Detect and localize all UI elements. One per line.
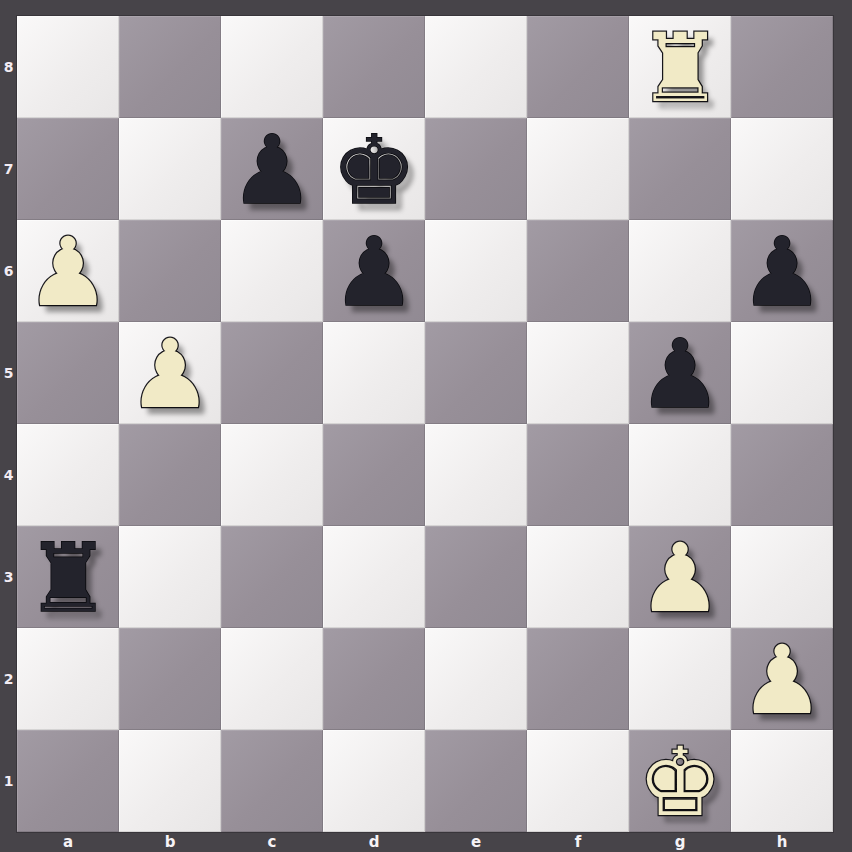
white-rook[interactable]: ♜ <box>637 17 722 119</box>
square-f3[interactable] <box>527 526 629 628</box>
rank-label-7: 7 <box>0 118 17 220</box>
black-pawn[interactable]: ♟ <box>229 119 314 221</box>
file-label-a: a <box>17 832 119 852</box>
file-label-g: g <box>629 832 731 852</box>
square-h3[interactable] <box>731 526 833 628</box>
square-h8[interactable] <box>731 16 833 118</box>
square-b7[interactable] <box>119 118 221 220</box>
square-d1[interactable] <box>323 730 425 832</box>
square-b4[interactable] <box>119 424 221 526</box>
square-e2[interactable] <box>425 628 527 730</box>
file-label-b: b <box>119 832 221 852</box>
square-b3[interactable] <box>119 526 221 628</box>
square-h7[interactable] <box>731 118 833 220</box>
square-f6[interactable] <box>527 220 629 322</box>
square-f8[interactable] <box>527 16 629 118</box>
square-a5[interactable] <box>17 322 119 424</box>
square-d6[interactable]: ♟ <box>323 220 425 322</box>
square-e7[interactable] <box>425 118 527 220</box>
rank-label-2: 2 <box>0 628 17 730</box>
square-c4[interactable] <box>221 424 323 526</box>
square-f4[interactable] <box>527 424 629 526</box>
square-b8[interactable] <box>119 16 221 118</box>
black-king[interactable]: ♚ <box>331 119 416 221</box>
square-e6[interactable] <box>425 220 527 322</box>
square-a7[interactable] <box>17 118 119 220</box>
square-e5[interactable] <box>425 322 527 424</box>
square-g5[interactable]: ♟ <box>629 322 731 424</box>
square-a3[interactable]: ♜ <box>17 526 119 628</box>
file-labels: abcdefgh <box>17 832 833 852</box>
square-h1[interactable] <box>731 730 833 832</box>
black-pawn[interactable]: ♟ <box>739 221 824 323</box>
white-pawn[interactable]: ♟ <box>127 323 212 425</box>
square-e1[interactable] <box>425 730 527 832</box>
file-label-d: d <box>323 832 425 852</box>
square-a1[interactable] <box>17 730 119 832</box>
square-b5[interactable]: ♟ <box>119 322 221 424</box>
square-d2[interactable] <box>323 628 425 730</box>
rank-labels: 87654321 <box>0 16 17 832</box>
square-a6[interactable]: ♟ <box>17 220 119 322</box>
square-c3[interactable] <box>221 526 323 628</box>
square-f1[interactable] <box>527 730 629 832</box>
square-c2[interactable] <box>221 628 323 730</box>
rank-label-1: 1 <box>0 730 17 832</box>
square-d7[interactable]: ♚ <box>323 118 425 220</box>
square-a2[interactable] <box>17 628 119 730</box>
rank-label-5: 5 <box>0 322 17 424</box>
square-a8[interactable] <box>17 16 119 118</box>
rank-label-8: 8 <box>0 16 17 118</box>
square-c7[interactable]: ♟ <box>221 118 323 220</box>
square-c8[interactable] <box>221 16 323 118</box>
black-pawn[interactable]: ♟ <box>637 323 722 425</box>
square-g4[interactable] <box>629 424 731 526</box>
square-c5[interactable] <box>221 322 323 424</box>
square-d8[interactable] <box>323 16 425 118</box>
white-pawn[interactable]: ♟ <box>637 527 722 629</box>
square-d4[interactable] <box>323 424 425 526</box>
square-b6[interactable] <box>119 220 221 322</box>
file-label-c: c <box>221 832 323 852</box>
square-g3[interactable]: ♟ <box>629 526 731 628</box>
square-g7[interactable] <box>629 118 731 220</box>
square-g6[interactable] <box>629 220 731 322</box>
chess-board[interactable]: ♜♟♚♟♟♟♟♟♜♟♟♚ <box>17 16 833 832</box>
square-g2[interactable] <box>629 628 731 730</box>
file-label-h: h <box>731 832 833 852</box>
black-rook[interactable]: ♜ <box>25 527 110 629</box>
white-king[interactable]: ♚ <box>637 731 722 833</box>
square-h2[interactable]: ♟ <box>731 628 833 730</box>
square-g1[interactable]: ♚ <box>629 730 731 832</box>
square-g8[interactable]: ♜ <box>629 16 731 118</box>
square-c1[interactable] <box>221 730 323 832</box>
square-a4[interactable] <box>17 424 119 526</box>
square-b2[interactable] <box>119 628 221 730</box>
square-d5[interactable] <box>323 322 425 424</box>
square-e8[interactable] <box>425 16 527 118</box>
chess-board-frame: 87654321 ♜♟♚♟♟♟♟♟♜♟♟♚ abcdefgh <box>0 0 852 852</box>
square-f2[interactable] <box>527 628 629 730</box>
square-h6[interactable]: ♟ <box>731 220 833 322</box>
square-e4[interactable] <box>425 424 527 526</box>
file-label-f: f <box>527 832 629 852</box>
rank-label-4: 4 <box>0 424 17 526</box>
square-f5[interactable] <box>527 322 629 424</box>
square-f7[interactable] <box>527 118 629 220</box>
square-c6[interactable] <box>221 220 323 322</box>
rank-label-3: 3 <box>0 526 17 628</box>
white-pawn[interactable]: ♟ <box>25 221 110 323</box>
black-pawn[interactable]: ♟ <box>331 221 416 323</box>
file-label-e: e <box>425 832 527 852</box>
white-pawn[interactable]: ♟ <box>739 629 824 731</box>
square-h5[interactable] <box>731 322 833 424</box>
square-b1[interactable] <box>119 730 221 832</box>
square-h4[interactable] <box>731 424 833 526</box>
square-d3[interactable] <box>323 526 425 628</box>
square-e3[interactable] <box>425 526 527 628</box>
rank-label-6: 6 <box>0 220 17 322</box>
